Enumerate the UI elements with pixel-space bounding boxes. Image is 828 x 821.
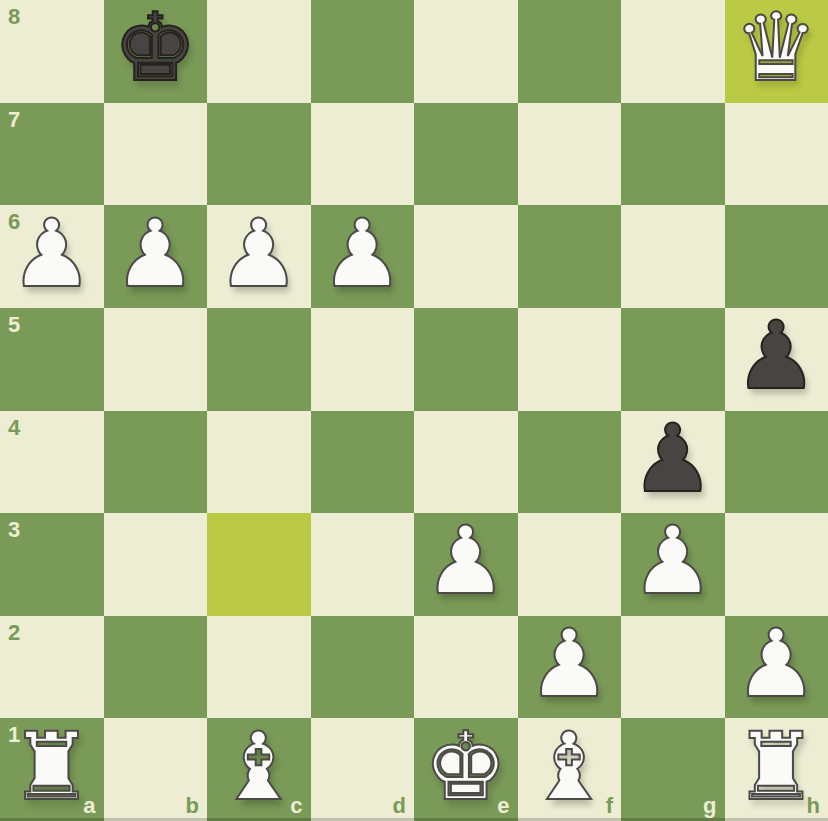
- square-h1[interactable]: h♜: [725, 718, 828, 821]
- square-b5[interactable]: [104, 308, 208, 411]
- rank-label-4: 4: [8, 417, 20, 439]
- chess-board: 8♚♛76♟♟♟♟5♟4♟3♟♟2♟♟1a♜bc♝de♚f♝gh♜: [0, 0, 828, 821]
- square-a8[interactable]: 8: [0, 0, 104, 103]
- square-f2[interactable]: ♟: [518, 616, 622, 719]
- square-b2[interactable]: [104, 616, 208, 719]
- square-e6[interactable]: [414, 205, 518, 308]
- square-d6[interactable]: ♟: [311, 205, 415, 308]
- white-bishop-piece[interactable]: ♝: [527, 720, 611, 814]
- white-pawn-piece[interactable]: ♟: [217, 207, 301, 301]
- square-g7[interactable]: [621, 103, 725, 206]
- square-e8[interactable]: [414, 0, 518, 103]
- rank-label-8: 8: [8, 6, 20, 28]
- square-c7[interactable]: [207, 103, 311, 206]
- square-h7[interactable]: [725, 103, 828, 206]
- square-g8[interactable]: [621, 0, 725, 103]
- square-d3[interactable]: [311, 513, 415, 616]
- square-g5[interactable]: [621, 308, 725, 411]
- white-bishop-piece[interactable]: ♝: [217, 720, 301, 814]
- square-b7[interactable]: [104, 103, 208, 206]
- white-pawn-piece[interactable]: ♟: [631, 514, 715, 608]
- square-a5[interactable]: 5: [0, 308, 104, 411]
- square-e3[interactable]: ♟: [414, 513, 518, 616]
- file-label-g: g: [703, 795, 716, 817]
- square-e5[interactable]: [414, 308, 518, 411]
- black-king-piece[interactable]: ♚: [113, 1, 197, 95]
- square-d4[interactable]: [311, 411, 415, 514]
- white-rook-piece[interactable]: ♜: [10, 720, 94, 814]
- white-pawn-piece[interactable]: ♟: [320, 207, 404, 301]
- square-h6[interactable]: [725, 205, 828, 308]
- square-f3[interactable]: [518, 513, 622, 616]
- white-pawn-piece[interactable]: ♟: [113, 207, 197, 301]
- square-c6[interactable]: ♟: [207, 205, 311, 308]
- square-d7[interactable]: [311, 103, 415, 206]
- square-a1[interactable]: 1a♜: [0, 718, 104, 821]
- square-d5[interactable]: [311, 308, 415, 411]
- square-f1[interactable]: f♝: [518, 718, 622, 821]
- white-pawn-piece[interactable]: ♟: [527, 617, 611, 711]
- square-g4[interactable]: ♟: [621, 411, 725, 514]
- square-b8[interactable]: ♚: [104, 0, 208, 103]
- square-c5[interactable]: [207, 308, 311, 411]
- square-g6[interactable]: [621, 205, 725, 308]
- white-pawn-piece[interactable]: ♟: [10, 207, 94, 301]
- square-h3[interactable]: [725, 513, 828, 616]
- file-label-d: d: [393, 795, 406, 817]
- square-f7[interactable]: [518, 103, 622, 206]
- square-h2[interactable]: ♟: [725, 616, 828, 719]
- black-pawn-piece[interactable]: ♟: [734, 309, 818, 403]
- square-c3[interactable]: [207, 513, 311, 616]
- square-a6[interactable]: 6♟: [0, 205, 104, 308]
- square-d8[interactable]: [311, 0, 415, 103]
- square-h5[interactable]: ♟: [725, 308, 828, 411]
- white-king-piece[interactable]: ♚: [424, 720, 508, 814]
- square-c8[interactable]: [207, 0, 311, 103]
- square-f5[interactable]: [518, 308, 622, 411]
- square-a2[interactable]: 2: [0, 616, 104, 719]
- square-f8[interactable]: [518, 0, 622, 103]
- square-c2[interactable]: [207, 616, 311, 719]
- white-pawn-piece[interactable]: ♟: [734, 617, 818, 711]
- chess-board-container: 8♚♛76♟♟♟♟5♟4♟3♟♟2♟♟1a♜bc♝de♚f♝gh♜: [0, 0, 828, 821]
- rank-label-2: 2: [8, 622, 20, 644]
- square-h8[interactable]: ♛: [725, 0, 828, 103]
- square-e2[interactable]: [414, 616, 518, 719]
- square-a3[interactable]: 3: [0, 513, 104, 616]
- square-e7[interactable]: [414, 103, 518, 206]
- white-queen-piece[interactable]: ♛: [734, 1, 818, 95]
- square-d2[interactable]: [311, 616, 415, 719]
- rank-label-7: 7: [8, 109, 20, 131]
- white-pawn-piece[interactable]: ♟: [424, 514, 508, 608]
- square-a4[interactable]: 4: [0, 411, 104, 514]
- white-rook-piece[interactable]: ♜: [734, 720, 818, 814]
- rank-label-3: 3: [8, 519, 20, 541]
- square-g2[interactable]: [621, 616, 725, 719]
- square-g1[interactable]: g: [621, 718, 725, 821]
- black-pawn-piece[interactable]: ♟: [631, 412, 715, 506]
- square-b4[interactable]: [104, 411, 208, 514]
- square-b1[interactable]: b: [104, 718, 208, 821]
- square-c1[interactable]: c♝: [207, 718, 311, 821]
- square-g3[interactable]: ♟: [621, 513, 725, 616]
- rank-label-5: 5: [8, 314, 20, 336]
- square-h4[interactable]: [725, 411, 828, 514]
- square-d1[interactable]: d: [311, 718, 415, 821]
- square-f6[interactable]: [518, 205, 622, 308]
- square-e4[interactable]: [414, 411, 518, 514]
- square-f4[interactable]: [518, 411, 622, 514]
- square-a7[interactable]: 7: [0, 103, 104, 206]
- square-c4[interactable]: [207, 411, 311, 514]
- square-e1[interactable]: e♚: [414, 718, 518, 821]
- file-label-b: b: [186, 795, 199, 817]
- square-b3[interactable]: [104, 513, 208, 616]
- square-b6[interactable]: ♟: [104, 205, 208, 308]
